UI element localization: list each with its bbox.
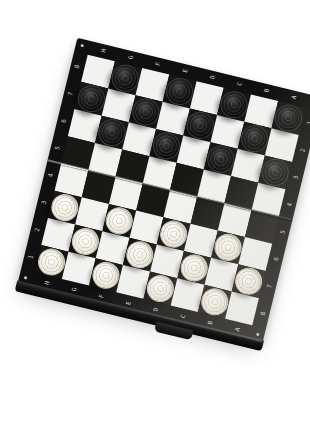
magnet-rivet-icon	[24, 276, 28, 280]
checkers-board: HGFEDCBA HGFEDCBA 87654321 12345678	[18, 38, 310, 343]
product-photo: HGFEDCBA HGFEDCBA 87654321 12345678	[0, 0, 310, 430]
magnet-rivet-icon	[256, 333, 260, 337]
magnet-rivet-icon	[80, 44, 84, 48]
